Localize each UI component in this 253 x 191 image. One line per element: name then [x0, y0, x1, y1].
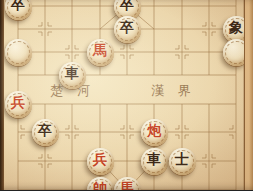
piece-glyph: 兵 — [93, 153, 107, 167]
piece-black-chariot[interactable]: 車 — [141, 148, 168, 175]
piece-glyph: 馬 — [120, 182, 134, 190]
piece-hidden-piece[interactable] — [5, 39, 32, 66]
piece-red-horse[interactable]: 馬 — [114, 177, 141, 191]
piece-black-advisor[interactable]: 士 — [169, 148, 196, 175]
piece-red-cannon[interactable]: 炮 — [141, 119, 168, 146]
piece-glyph: 象 — [229, 21, 243, 35]
piece-red-horse[interactable]: 馬 — [87, 39, 114, 66]
piece-black-soldier[interactable]: 卒 — [5, 0, 32, 20]
piece-glyph: 卒 — [11, 0, 25, 12]
piece-glyph: 帥 — [93, 182, 107, 190]
piece-glyph: 卒 — [120, 0, 134, 12]
piece-red-soldier[interactable]: 兵 — [5, 91, 32, 118]
piece-glyph: 馬 — [93, 44, 107, 58]
piece-red-general[interactable]: 帥 — [87, 177, 114, 191]
piece-black-soldier[interactable]: 卒 — [32, 119, 59, 146]
piece-glyph: 卒 — [120, 21, 134, 35]
board-right-edge — [244, 0, 253, 190]
piece-black-soldier[interactable]: 卒 — [114, 16, 141, 43]
xiangqi-board[interactable]: 楚河 漢界 卒卒卒象馬車兵卒炮兵車士帥馬 — [0, 0, 253, 190]
piece-glyph: 士 — [175, 153, 189, 167]
piece-glyph: 兵 — [11, 96, 25, 110]
piece-glyph: 卒 — [38, 124, 52, 138]
board-left-edge — [0, 0, 4, 190]
piece-glyph: 車 — [147, 153, 161, 167]
piece-glyph: 車 — [65, 67, 79, 81]
piece-black-chariot[interactable]: 車 — [59, 62, 86, 89]
piece-red-soldier[interactable]: 兵 — [87, 148, 114, 175]
pieces-layer: 卒卒卒象馬車兵卒炮兵車士帥馬 — [0, 0, 253, 190]
piece-glyph: 炮 — [147, 124, 161, 138]
